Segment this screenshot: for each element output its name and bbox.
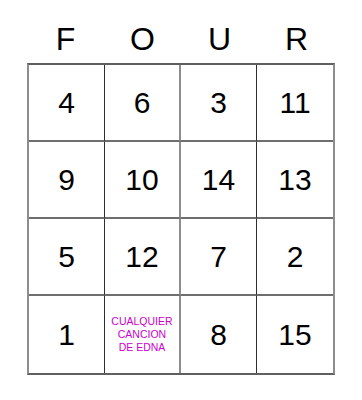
bingo-cell-r2c4[interactable]: 13 — [257, 142, 333, 219]
bingo-cell-r4c3[interactable]: 8 — [181, 296, 257, 373]
bingo-board: 4 6 3 11 9 10 14 13 5 12 7 2 1 CUALQUIER… — [27, 63, 335, 375]
free-space-line-3: DE EDNA — [119, 341, 166, 354]
bingo-cell-r4c1[interactable]: 1 — [29, 296, 105, 373]
bingo-cell-r2c1[interactable]: 9 — [29, 142, 105, 219]
bingo-cell-r3c4[interactable]: 2 — [257, 219, 333, 296]
bingo-cell-r1c3[interactable]: 3 — [181, 65, 257, 142]
bingo-card: F O U R 4 6 3 11 9 10 14 13 5 12 7 2 1 C… — [0, 0, 362, 400]
header-letter-f: F — [27, 18, 104, 60]
bingo-cell-r4c4[interactable]: 15 — [257, 296, 333, 373]
header-letter-r: R — [258, 18, 335, 60]
free-space-line-2: CANCION — [118, 328, 166, 341]
card-header: F O U R — [27, 18, 335, 60]
bingo-cell-r1c1[interactable]: 4 — [29, 65, 105, 142]
bingo-cell-r2c3[interactable]: 14 — [181, 142, 257, 219]
bingo-cell-r3c3[interactable]: 7 — [181, 219, 257, 296]
header-letter-o: O — [104, 18, 181, 60]
bingo-cell-free-space[interactable]: CUALQUIER CANCION DE EDNA — [105, 296, 181, 373]
bingo-cell-r2c2[interactable]: 10 — [105, 142, 181, 219]
bingo-cell-r1c4[interactable]: 11 — [257, 65, 333, 142]
bingo-cell-r3c2[interactable]: 12 — [105, 219, 181, 296]
free-space-line-1: CUALQUIER — [111, 315, 172, 328]
bingo-cell-r1c2[interactable]: 6 — [105, 65, 181, 142]
bingo-cell-r3c1[interactable]: 5 — [29, 219, 105, 296]
header-letter-u: U — [181, 18, 258, 60]
